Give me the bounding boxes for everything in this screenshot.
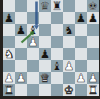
- piece-black-n-f6[interactable]: ♞: [63, 24, 75, 36]
- piece-white-p-b2[interactable]: ♟: [15, 72, 27, 84]
- square-c4[interactable]: [27, 48, 39, 60]
- square-a4[interactable]: ♞: [3, 48, 15, 60]
- square-e5[interactable]: [51, 36, 63, 48]
- square-g7[interactable]: ♟: [75, 12, 87, 24]
- square-h4[interactable]: [87, 48, 99, 60]
- square-h5[interactable]: [87, 36, 99, 48]
- square-b5[interactable]: [15, 36, 27, 48]
- square-b6[interactable]: ♟: [15, 24, 27, 36]
- square-a6[interactable]: [3, 24, 15, 36]
- square-f6[interactable]: ♞: [63, 24, 75, 36]
- square-e1[interactable]: [51, 84, 63, 96]
- piece-white-p-g2[interactable]: ♟: [75, 72, 87, 84]
- piece-white-q-d2[interactable]: ♛: [39, 72, 51, 84]
- square-b8[interactable]: [15, 0, 27, 12]
- square-g5[interactable]: [75, 36, 87, 48]
- square-f5[interactable]: [63, 36, 75, 48]
- piece-black-p-b6[interactable]: ♟: [15, 24, 27, 36]
- square-c1[interactable]: [27, 84, 39, 96]
- square-d8[interactable]: ♛: [39, 0, 51, 12]
- square-h6[interactable]: [87, 24, 99, 36]
- square-c2[interactable]: [27, 72, 39, 84]
- square-d7[interactable]: [39, 12, 51, 24]
- square-b2[interactable]: ♟: [15, 72, 27, 84]
- square-e6[interactable]: [51, 24, 63, 36]
- square-h1[interactable]: ♜: [87, 84, 99, 96]
- piece-black-b-e3[interactable]: ♝: [51, 60, 63, 72]
- piece-white-r-a1[interactable]: ♜: [3, 84, 15, 96]
- square-h7[interactable]: ♟: [87, 12, 99, 24]
- piece-black-r-e8[interactable]: ♜: [51, 0, 63, 12]
- square-c8[interactable]: [27, 0, 39, 12]
- square-d6[interactable]: [39, 24, 51, 36]
- piece-white-p-c5[interactable]: ♟: [27, 36, 39, 48]
- piece-black-q-d8[interactable]: ♛: [39, 0, 51, 12]
- square-e2[interactable]: [51, 72, 63, 84]
- piece-white-p-f3[interactable]: ♟: [63, 60, 75, 72]
- square-e8[interactable]: ♜: [51, 0, 63, 12]
- square-b4[interactable]: [15, 48, 27, 60]
- square-a1[interactable]: ♜: [3, 84, 15, 96]
- piece-black-p-h7[interactable]: ♟: [87, 12, 99, 24]
- square-e7[interactable]: [51, 12, 63, 24]
- square-c3[interactable]: [27, 60, 39, 72]
- chess-analysis-screenshot: ♛♜♚♟♟♟♟♝♞♟♞♟♝♟♟♟♛♟♟♜♚♜: [0, 0, 100, 99]
- piece-black-p-d4[interactable]: ♟: [39, 48, 51, 60]
- square-d4[interactable]: ♟: [39, 48, 51, 60]
- square-g1[interactable]: [75, 84, 87, 96]
- square-g2[interactable]: ♟: [75, 72, 87, 84]
- piece-black-p-g7[interactable]: ♟: [75, 12, 87, 24]
- square-c5[interactable]: ♟: [27, 36, 39, 48]
- square-f1[interactable]: ♚: [63, 84, 75, 96]
- square-g4[interactable]: [75, 48, 87, 60]
- square-a7[interactable]: ♟: [3, 12, 15, 24]
- square-f8[interactable]: [63, 0, 75, 12]
- piece-white-r-h1[interactable]: ♜: [87, 84, 99, 96]
- chess-board[interactable]: ♛♜♚♟♟♟♟♝♞♟♞♟♝♟♟♟♛♟♟♜♚♜: [3, 0, 99, 96]
- square-e3[interactable]: ♝: [51, 60, 63, 72]
- square-d1[interactable]: [39, 84, 51, 96]
- piece-white-n-a4[interactable]: ♞: [3, 48, 15, 60]
- square-d2[interactable]: ♛: [39, 72, 51, 84]
- piece-white-k-f1[interactable]: ♚: [63, 84, 75, 96]
- piece-black-p-a7[interactable]: ♟: [3, 12, 15, 24]
- square-f3[interactable]: ♟: [63, 60, 75, 72]
- square-b1[interactable]: [15, 84, 27, 96]
- square-g6[interactable]: [75, 24, 87, 36]
